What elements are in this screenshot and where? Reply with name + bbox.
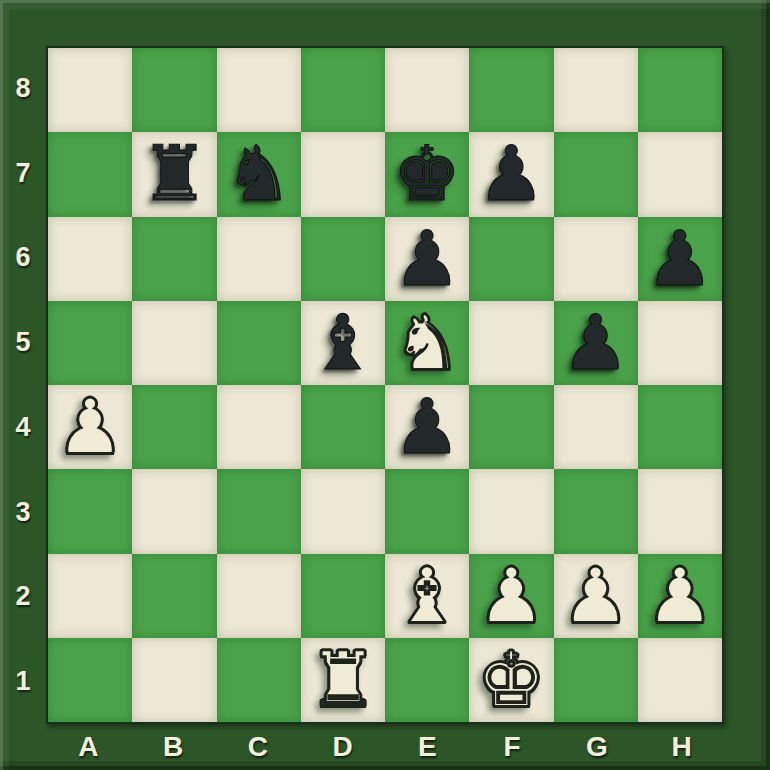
- square-d7[interactable]: [301, 132, 385, 216]
- square-b7[interactable]: ♜: [132, 132, 216, 216]
- square-a4[interactable]: ♟: [48, 385, 132, 469]
- square-a6[interactable]: [48, 217, 132, 301]
- piece-black-rook-b7[interactable]: ♜: [140, 132, 208, 216]
- square-a5[interactable]: [48, 301, 132, 385]
- piece-black-king-e7[interactable]: ♚: [393, 132, 461, 216]
- square-b3[interactable]: [132, 469, 216, 553]
- file-label-d: D: [300, 723, 385, 770]
- square-c5[interactable]: [217, 301, 301, 385]
- square-e1[interactable]: [385, 638, 469, 722]
- piece-black-pawn-f7[interactable]: ♟: [477, 132, 545, 216]
- file-label-b: B: [131, 723, 216, 770]
- square-h5[interactable]: [638, 301, 722, 385]
- rank-label-5: 5: [0, 300, 46, 385]
- square-g7[interactable]: [554, 132, 638, 216]
- piece-white-pawn-g2[interactable]: ♟: [562, 554, 630, 638]
- square-c1[interactable]: [217, 638, 301, 722]
- square-g3[interactable]: [554, 469, 638, 553]
- file-label-a: A: [46, 723, 131, 770]
- file-label-c: C: [216, 723, 301, 770]
- file-label-f: F: [470, 723, 555, 770]
- square-h7[interactable]: [638, 132, 722, 216]
- piece-white-bishop-e2[interactable]: ♝: [393, 554, 461, 638]
- square-b2[interactable]: [132, 554, 216, 638]
- square-b1[interactable]: [132, 638, 216, 722]
- square-c6[interactable]: [217, 217, 301, 301]
- square-a3[interactable]: [48, 469, 132, 553]
- chess-board: ♜♞♚♟♟♟♝♞♟♟♟♝♟♟♟♜♚: [46, 46, 724, 724]
- piece-white-king-f1[interactable]: ♚: [477, 638, 545, 722]
- square-d1[interactable]: ♜: [301, 638, 385, 722]
- square-h1[interactable]: [638, 638, 722, 722]
- file-label-h: H: [639, 723, 724, 770]
- square-e2[interactable]: ♝: [385, 554, 469, 638]
- square-b6[interactable]: [132, 217, 216, 301]
- square-d8[interactable]: [301, 48, 385, 132]
- square-e4[interactable]: ♟: [385, 385, 469, 469]
- square-b8[interactable]: [132, 48, 216, 132]
- square-h3[interactable]: [638, 469, 722, 553]
- square-g5[interactable]: ♟: [554, 301, 638, 385]
- piece-black-pawn-g5[interactable]: ♟: [562, 301, 630, 385]
- piece-black-bishop-d5[interactable]: ♝: [309, 301, 377, 385]
- piece-black-pawn-h6[interactable]: ♟: [646, 217, 714, 301]
- square-e3[interactable]: [385, 469, 469, 553]
- square-c2[interactable]: [217, 554, 301, 638]
- square-h2[interactable]: ♟: [638, 554, 722, 638]
- square-e6[interactable]: ♟: [385, 217, 469, 301]
- square-g2[interactable]: ♟: [554, 554, 638, 638]
- piece-black-pawn-e6[interactable]: ♟: [393, 217, 461, 301]
- piece-white-pawn-a4[interactable]: ♟: [56, 385, 124, 469]
- square-e5[interactable]: ♞: [385, 301, 469, 385]
- square-g1[interactable]: [554, 638, 638, 722]
- square-f2[interactable]: ♟: [469, 554, 553, 638]
- square-e7[interactable]: ♚: [385, 132, 469, 216]
- square-g4[interactable]: [554, 385, 638, 469]
- piece-white-pawn-h2[interactable]: ♟: [646, 554, 714, 638]
- square-b4[interactable]: [132, 385, 216, 469]
- piece-white-rook-d1[interactable]: ♜: [309, 638, 377, 722]
- square-f6[interactable]: [469, 217, 553, 301]
- square-f8[interactable]: [469, 48, 553, 132]
- rank-label-3: 3: [0, 470, 46, 555]
- square-a7[interactable]: [48, 132, 132, 216]
- rank-label-2: 2: [0, 555, 46, 640]
- square-g6[interactable]: [554, 217, 638, 301]
- square-g8[interactable]: [554, 48, 638, 132]
- file-label-e: E: [385, 723, 470, 770]
- rank-label-4: 4: [0, 385, 46, 470]
- square-h4[interactable]: [638, 385, 722, 469]
- rank-label-7: 7: [0, 131, 46, 216]
- piece-black-pawn-e4[interactable]: ♟: [393, 385, 461, 469]
- square-f7[interactable]: ♟: [469, 132, 553, 216]
- square-h8[interactable]: [638, 48, 722, 132]
- square-c4[interactable]: [217, 385, 301, 469]
- board-frame: ♜♞♚♟♟♟♝♞♟♟♟♝♟♟♟♜♚ 87654321ABCDEFGH: [0, 0, 770, 770]
- square-c7[interactable]: ♞: [217, 132, 301, 216]
- square-b5[interactable]: [132, 301, 216, 385]
- square-f3[interactable]: [469, 469, 553, 553]
- square-a8[interactable]: [48, 48, 132, 132]
- square-d3[interactable]: [301, 469, 385, 553]
- rank-label-1: 1: [0, 639, 46, 724]
- square-h6[interactable]: ♟: [638, 217, 722, 301]
- square-f1[interactable]: ♚: [469, 638, 553, 722]
- square-d2[interactable]: [301, 554, 385, 638]
- rank-label-6: 6: [0, 216, 46, 301]
- square-c3[interactable]: [217, 469, 301, 553]
- square-a1[interactable]: [48, 638, 132, 722]
- rank-label-8: 8: [0, 46, 46, 131]
- square-d5[interactable]: ♝: [301, 301, 385, 385]
- square-d6[interactable]: [301, 217, 385, 301]
- piece-white-pawn-f2[interactable]: ♟: [477, 554, 545, 638]
- square-c8[interactable]: [217, 48, 301, 132]
- piece-white-knight-e5[interactable]: ♞: [393, 301, 461, 385]
- square-a2[interactable]: [48, 554, 132, 638]
- square-f5[interactable]: [469, 301, 553, 385]
- square-e8[interactable]: [385, 48, 469, 132]
- square-f4[interactable]: [469, 385, 553, 469]
- piece-black-knight-c7[interactable]: ♞: [225, 132, 293, 216]
- square-d4[interactable]: [301, 385, 385, 469]
- file-label-g: G: [555, 723, 640, 770]
